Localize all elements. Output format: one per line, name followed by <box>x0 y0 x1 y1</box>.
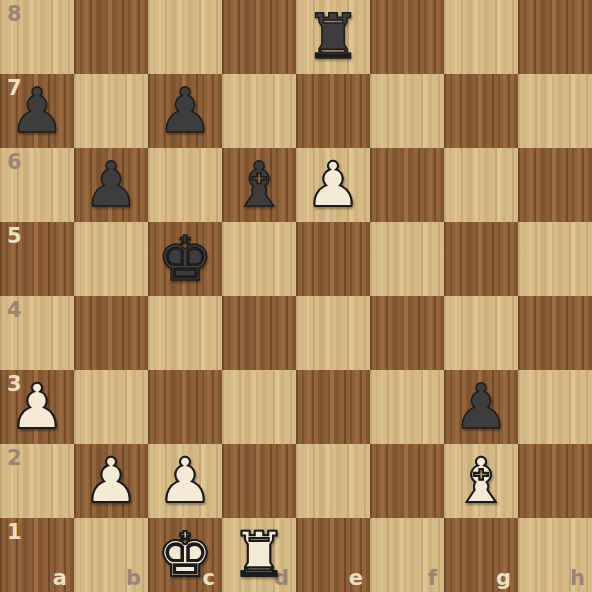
square-h4[interactable] <box>518 296 592 370</box>
piece-white-rook-d1[interactable]: ♜ <box>222 518 296 592</box>
square-h1[interactable]: h <box>518 518 592 592</box>
square-c3[interactable] <box>148 370 222 444</box>
piece-white-pawn-b2[interactable]: ♟ <box>74 444 148 518</box>
file-label-b: b <box>126 568 141 589</box>
square-g4[interactable] <box>444 296 518 370</box>
square-a3[interactable]: 3♟ <box>0 370 74 444</box>
square-d5[interactable] <box>222 222 296 296</box>
square-f7[interactable] <box>370 74 444 148</box>
square-d6[interactable]: ♝ <box>222 148 296 222</box>
piece-white-bishop-g2[interactable]: ♝ <box>444 444 518 518</box>
square-a1[interactable]: 1a <box>0 518 74 592</box>
square-e8[interactable]: ♜ <box>296 0 370 74</box>
square-a6[interactable]: 6 <box>0 148 74 222</box>
square-c8[interactable] <box>148 0 222 74</box>
square-a7[interactable]: 7♟ <box>0 74 74 148</box>
square-a8[interactable]: 8 <box>0 0 74 74</box>
square-g3[interactable]: ♟ <box>444 370 518 444</box>
square-b8[interactable] <box>74 0 148 74</box>
square-b2[interactable]: ♟ <box>74 444 148 518</box>
rank-label-8: 8 <box>7 4 22 25</box>
piece-white-pawn-c2[interactable]: ♟ <box>148 444 222 518</box>
square-a4[interactable]: 4 <box>0 296 74 370</box>
square-e2[interactable] <box>296 444 370 518</box>
square-a2[interactable]: 2 <box>0 444 74 518</box>
piece-black-king-c5[interactable]: ♚ <box>148 222 222 296</box>
square-e1[interactable]: e <box>296 518 370 592</box>
square-h8[interactable] <box>518 0 592 74</box>
square-f3[interactable] <box>370 370 444 444</box>
square-e6[interactable]: ♟ <box>296 148 370 222</box>
piece-black-pawn-a7[interactable]: ♟ <box>0 74 74 148</box>
rank-label-4: 4 <box>7 300 22 321</box>
square-h2[interactable] <box>518 444 592 518</box>
square-b5[interactable] <box>74 222 148 296</box>
square-c7[interactable]: ♟ <box>148 74 222 148</box>
file-label-e: e <box>349 568 363 589</box>
square-h5[interactable] <box>518 222 592 296</box>
square-c5[interactable]: ♚ <box>148 222 222 296</box>
file-label-h: h <box>570 568 585 589</box>
square-g8[interactable] <box>444 0 518 74</box>
square-e3[interactable] <box>296 370 370 444</box>
file-label-f: f <box>428 568 437 589</box>
rank-label-5: 5 <box>7 226 22 247</box>
square-f2[interactable] <box>370 444 444 518</box>
piece-white-pawn-e6[interactable]: ♟ <box>296 148 370 222</box>
square-g7[interactable] <box>444 74 518 148</box>
square-c4[interactable] <box>148 296 222 370</box>
square-d3[interactable] <box>222 370 296 444</box>
square-f5[interactable] <box>370 222 444 296</box>
square-b4[interactable] <box>74 296 148 370</box>
square-g5[interactable] <box>444 222 518 296</box>
square-f4[interactable] <box>370 296 444 370</box>
chess-board: 8♜7♟♟6♟♝♟5♚43♟♟2♟♟♝1abc♚d♜efgh <box>0 0 592 592</box>
piece-black-bishop-d6[interactable]: ♝ <box>222 148 296 222</box>
piece-white-king-c1[interactable]: ♚ <box>148 518 222 592</box>
piece-black-pawn-g3[interactable]: ♟ <box>444 370 518 444</box>
square-b7[interactable] <box>74 74 148 148</box>
square-e7[interactable] <box>296 74 370 148</box>
square-b1[interactable]: b <box>74 518 148 592</box>
square-d1[interactable]: d♜ <box>222 518 296 592</box>
square-d8[interactable] <box>222 0 296 74</box>
square-c2[interactable]: ♟ <box>148 444 222 518</box>
square-f1[interactable]: f <box>370 518 444 592</box>
square-a5[interactable]: 5 <box>0 222 74 296</box>
square-g1[interactable]: g <box>444 518 518 592</box>
square-h6[interactable] <box>518 148 592 222</box>
file-label-g: g <box>496 568 511 589</box>
square-d7[interactable] <box>222 74 296 148</box>
square-g2[interactable]: ♝ <box>444 444 518 518</box>
piece-black-pawn-b6[interactable]: ♟ <box>74 148 148 222</box>
chess-board-container: 8♜7♟♟6♟♝♟5♚43♟♟2♟♟♝1abc♚d♜efgh <box>0 0 592 592</box>
rank-label-6: 6 <box>7 152 22 173</box>
square-f8[interactable] <box>370 0 444 74</box>
piece-white-pawn-a3[interactable]: ♟ <box>0 370 74 444</box>
file-label-a: a <box>53 568 67 589</box>
square-c1[interactable]: c♚ <box>148 518 222 592</box>
square-h3[interactable] <box>518 370 592 444</box>
square-c6[interactable] <box>148 148 222 222</box>
piece-black-pawn-c7[interactable]: ♟ <box>148 74 222 148</box>
square-f6[interactable] <box>370 148 444 222</box>
square-e4[interactable] <box>296 296 370 370</box>
square-d4[interactable] <box>222 296 296 370</box>
square-d2[interactable] <box>222 444 296 518</box>
square-h7[interactable] <box>518 74 592 148</box>
square-g6[interactable] <box>444 148 518 222</box>
square-e5[interactable] <box>296 222 370 296</box>
rank-label-1: 1 <box>7 522 22 543</box>
square-b3[interactable] <box>74 370 148 444</box>
rank-label-2: 2 <box>7 448 22 469</box>
square-b6[interactable]: ♟ <box>74 148 148 222</box>
piece-black-rook-e8[interactable]: ♜ <box>296 0 370 74</box>
